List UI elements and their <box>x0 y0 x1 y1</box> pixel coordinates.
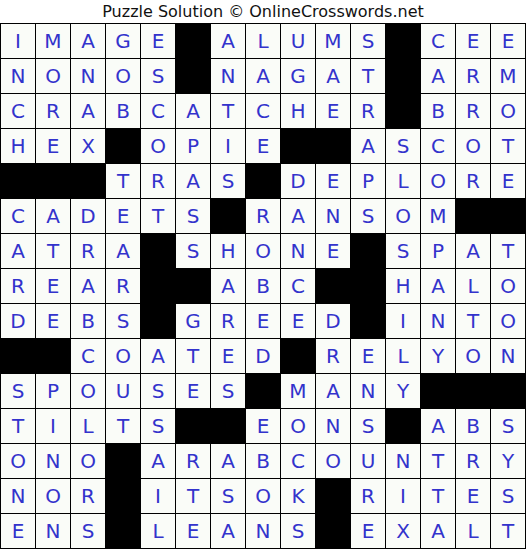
letter-cell: R <box>351 479 385 513</box>
cell-letter: S <box>222 381 235 401</box>
black-cell <box>351 234 385 268</box>
cell-letter: N <box>11 66 26 86</box>
letter-cell: I <box>141 479 175 513</box>
cell-letter: N <box>46 451 61 471</box>
cell-letter: T <box>362 66 374 86</box>
cell-letter: D <box>290 171 305 191</box>
cell-letter: S <box>502 486 515 506</box>
black-cell <box>351 269 385 303</box>
cell-letter: R <box>186 451 200 471</box>
letter-cell: B <box>456 409 490 443</box>
letter-cell: R <box>456 444 490 478</box>
letter-cell: O <box>491 94 525 128</box>
cell-letter: S <box>117 311 130 331</box>
cell-letter: I <box>400 311 406 331</box>
letter-cell: T <box>106 409 140 443</box>
cell-letter: O <box>290 416 306 436</box>
letter-cell: O <box>421 164 455 198</box>
letter-cell: E <box>316 94 350 128</box>
cell-letter: S <box>152 416 165 436</box>
cell-letter: S <box>222 486 235 506</box>
black-cell <box>316 129 350 163</box>
cell-letter: R <box>466 171 480 191</box>
cell-letter: C <box>11 206 25 226</box>
cell-letter: O <box>255 241 271 261</box>
cell-letter: E <box>47 311 60 331</box>
letter-cell: A <box>71 269 105 303</box>
letter-cell: R <box>456 94 490 128</box>
cell-letter: N <box>501 346 516 366</box>
letter-cell: P <box>351 164 385 198</box>
letter-cell: L <box>386 164 420 198</box>
cell-letter: B <box>256 276 270 296</box>
cell-letter: O <box>45 486 61 506</box>
letter-cell: N <box>1 479 35 513</box>
letter-cell: S <box>176 199 210 233</box>
letter-cell: E <box>351 339 385 373</box>
letter-cell: L <box>456 514 490 548</box>
letter-cell: C <box>246 94 280 128</box>
cell-letter: K <box>291 486 304 506</box>
letter-cell: N <box>421 304 455 338</box>
cell-letter: S <box>397 136 410 156</box>
letter-cell: D <box>281 164 315 198</box>
letter-cell: M <box>316 24 350 58</box>
letter-cell: G <box>176 304 210 338</box>
letter-cell: R <box>351 94 385 128</box>
black-cell <box>421 374 455 408</box>
letter-cell: B <box>421 94 455 128</box>
letter-cell: R <box>246 199 280 233</box>
letter-cell: S <box>386 234 420 268</box>
letter-cell: P <box>421 234 455 268</box>
cell-letter: O <box>465 136 481 156</box>
cell-letter: G <box>185 311 201 331</box>
cell-letter: N <box>256 521 271 541</box>
cell-letter: M <box>44 31 61 51</box>
letter-cell: E <box>246 129 280 163</box>
letter-cell: L <box>141 514 175 548</box>
cell-letter: B <box>431 101 445 121</box>
letter-cell: N <box>491 339 525 373</box>
cell-letter: N <box>11 486 26 506</box>
puzzle-title: Puzzle Solution © OnlineCrosswords.net <box>102 2 424 21</box>
cell-letter: S <box>362 416 375 436</box>
letter-cell: O <box>246 234 280 268</box>
cell-letter: Y <box>397 381 409 401</box>
cell-letter: O <box>465 346 481 366</box>
black-cell <box>316 479 350 513</box>
letter-cell: E <box>176 374 210 408</box>
cell-letter: D <box>10 311 25 331</box>
letter-cell: Y <box>421 339 455 373</box>
cell-letter: T <box>502 521 514 541</box>
letter-cell: B <box>246 444 280 478</box>
cell-letter: A <box>151 451 165 471</box>
letter-cell: M <box>421 199 455 233</box>
letter-cell: M <box>36 24 70 58</box>
cell-letter: R <box>81 241 95 261</box>
letter-cell: D <box>1 304 35 338</box>
letter-cell: M <box>491 59 525 93</box>
letter-cell: U <box>281 24 315 58</box>
letter-cell: E <box>281 304 315 338</box>
black-cell <box>211 409 245 443</box>
letter-cell: A <box>211 444 245 478</box>
cell-letter: D <box>255 346 270 366</box>
cell-letter: U <box>116 381 131 401</box>
cell-letter: P <box>362 171 374 191</box>
letter-cell: N <box>36 514 70 548</box>
letter-cell: I <box>386 304 420 338</box>
cell-letter: L <box>467 521 478 541</box>
cell-letter: E <box>467 486 480 506</box>
cell-letter: M <box>289 381 306 401</box>
letter-cell: R <box>71 234 105 268</box>
black-cell <box>281 129 315 163</box>
cell-letter: P <box>187 136 199 156</box>
cell-letter: O <box>10 451 26 471</box>
cell-letter: O <box>150 136 166 156</box>
letter-cell: A <box>281 199 315 233</box>
cell-letter: S <box>152 66 165 86</box>
letter-cell: C <box>1 94 35 128</box>
letter-cell: S <box>491 409 525 443</box>
letter-cell: C <box>281 269 315 303</box>
cell-letter: H <box>10 136 25 156</box>
cell-letter: T <box>47 241 59 261</box>
letter-cell: T <box>176 479 210 513</box>
cell-letter: A <box>466 241 480 261</box>
cell-letter: I <box>155 486 161 506</box>
letter-cell: A <box>351 129 385 163</box>
black-cell <box>351 304 385 338</box>
letter-cell: A <box>71 94 105 128</box>
letter-cell: N <box>36 444 70 478</box>
cell-letter: R <box>466 101 480 121</box>
letter-cell: N <box>386 444 420 478</box>
cell-letter: T <box>502 241 514 261</box>
cell-letter: E <box>12 521 25 541</box>
black-cell <box>141 234 175 268</box>
cell-letter: N <box>396 451 411 471</box>
cell-letter: O <box>500 311 516 331</box>
letter-cell: A <box>456 234 490 268</box>
letter-cell: H <box>1 129 35 163</box>
letter-cell: S <box>351 409 385 443</box>
black-cell <box>36 164 70 198</box>
letter-cell: S <box>211 374 245 408</box>
cell-letter: A <box>221 451 235 471</box>
cell-letter: I <box>15 31 21 51</box>
cell-letter: E <box>117 206 130 226</box>
letter-cell: D <box>246 339 280 373</box>
cell-letter: R <box>116 276 130 296</box>
letter-cell: E <box>36 304 70 338</box>
letter-cell: B <box>106 94 140 128</box>
black-cell <box>176 269 210 303</box>
letter-cell: R <box>106 269 140 303</box>
letter-cell: A <box>211 514 245 548</box>
cell-letter: E <box>362 521 375 541</box>
cell-letter: E <box>502 31 515 51</box>
letter-cell: I <box>36 409 70 443</box>
cell-letter: T <box>152 206 164 226</box>
black-cell <box>1 164 35 198</box>
letter-cell: R <box>456 164 490 198</box>
cell-letter: T <box>432 486 444 506</box>
title-bar: Puzzle Solution © OnlineCrosswords.net <box>0 0 526 23</box>
letter-cell: E <box>1 514 35 548</box>
cell-letter: N <box>46 521 61 541</box>
cell-letter: E <box>152 31 165 51</box>
letter-cell: N <box>316 409 350 443</box>
black-cell <box>141 304 175 338</box>
black-cell <box>106 514 140 548</box>
black-cell <box>211 199 245 233</box>
letter-cell: G <box>106 24 140 58</box>
black-cell <box>176 409 210 443</box>
cell-letter: A <box>326 66 340 86</box>
letter-cell: A <box>421 514 455 548</box>
cell-letter: R <box>11 276 25 296</box>
letter-cell: L <box>386 339 420 373</box>
letter-cell: E <box>456 24 490 58</box>
cell-letter: T <box>432 451 444 471</box>
cell-letter: C <box>431 31 445 51</box>
letter-cell: T <box>491 129 525 163</box>
cell-letter: A <box>361 136 375 156</box>
letter-cell: E <box>176 514 210 548</box>
black-cell <box>386 409 420 443</box>
letter-cell: T <box>141 199 175 233</box>
cell-letter: G <box>115 31 131 51</box>
cell-letter: T <box>502 136 514 156</box>
cell-letter: R <box>466 451 480 471</box>
black-cell <box>176 59 210 93</box>
letter-cell: S <box>211 479 245 513</box>
letter-cell: R <box>141 164 175 198</box>
cell-letter: N <box>431 311 446 331</box>
letter-cell: T <box>421 479 455 513</box>
cell-letter: E <box>327 241 340 261</box>
cell-letter: L <box>397 171 408 191</box>
letter-cell: O <box>71 444 105 478</box>
black-cell <box>176 24 210 58</box>
letter-cell: Y <box>491 444 525 478</box>
cell-letter: T <box>12 416 24 436</box>
black-cell <box>491 199 525 233</box>
letter-cell: O <box>386 199 420 233</box>
letter-cell: D <box>316 304 350 338</box>
cell-letter: R <box>256 206 270 226</box>
cell-letter: E <box>187 381 200 401</box>
cell-letter: C <box>11 101 25 121</box>
black-cell <box>491 374 525 408</box>
cell-letter: I <box>400 486 406 506</box>
cell-letter: M <box>429 206 446 226</box>
cell-letter: P <box>47 381 59 401</box>
letter-cell: L <box>71 409 105 443</box>
cell-letter: A <box>431 66 445 86</box>
cell-letter: A <box>431 416 445 436</box>
letter-cell: S <box>351 199 385 233</box>
cell-letter: B <box>256 451 270 471</box>
cell-letter: R <box>46 101 60 121</box>
cell-letter: A <box>186 171 200 191</box>
cell-letter: A <box>11 241 25 261</box>
letter-cell: P <box>36 374 70 408</box>
cell-letter: O <box>430 171 446 191</box>
cell-letter: S <box>397 241 410 261</box>
letter-cell: E <box>36 269 70 303</box>
cell-letter: M <box>324 31 341 51</box>
letter-cell: S <box>141 409 175 443</box>
letter-cell: C <box>421 129 455 163</box>
cell-letter: E <box>502 171 515 191</box>
black-cell <box>281 339 315 373</box>
letter-cell: S <box>106 304 140 338</box>
cell-letter: D <box>325 311 340 331</box>
cell-letter: B <box>116 101 130 121</box>
letter-cell: D <box>71 199 105 233</box>
cell-letter: A <box>116 241 130 261</box>
cell-letter: N <box>221 66 236 86</box>
letter-cell: C <box>71 339 105 373</box>
cell-letter: E <box>257 136 270 156</box>
letter-cell: A <box>36 199 70 233</box>
cell-letter: R <box>221 311 235 331</box>
cell-letter: T <box>222 101 234 121</box>
cell-letter: E <box>327 101 340 121</box>
letter-cell: R <box>211 304 245 338</box>
cell-letter: C <box>431 136 445 156</box>
cell-letter: P <box>432 241 444 261</box>
letter-cell: R <box>71 479 105 513</box>
cell-letter: E <box>47 136 60 156</box>
black-cell <box>386 24 420 58</box>
letter-cell: U <box>351 444 385 478</box>
letter-cell: N <box>281 234 315 268</box>
letter-cell: E <box>491 24 525 58</box>
letter-cell: O <box>36 479 70 513</box>
letter-cell: A <box>211 24 245 58</box>
cell-letter: L <box>82 416 93 436</box>
cell-letter: E <box>222 346 235 366</box>
cell-letter: N <box>326 416 341 436</box>
letter-cell: A <box>246 59 280 93</box>
letter-cell: E <box>106 199 140 233</box>
letter-cell: O <box>281 409 315 443</box>
letter-cell: K <box>281 479 315 513</box>
cell-letter: O <box>500 101 516 121</box>
black-cell <box>316 269 350 303</box>
cell-letter: A <box>151 346 165 366</box>
letter-cell: X <box>386 514 420 548</box>
letter-cell: T <box>491 234 525 268</box>
cell-letter: H <box>395 276 410 296</box>
cell-letter: A <box>431 276 445 296</box>
cell-letter: G <box>290 66 306 86</box>
letter-cell: H <box>281 94 315 128</box>
letter-cell: I <box>1 24 35 58</box>
letter-cell: O <box>141 129 175 163</box>
cell-letter: L <box>467 276 478 296</box>
black-cell <box>246 164 280 198</box>
letter-cell: R <box>316 339 350 373</box>
cell-letter: Y <box>502 451 514 471</box>
cell-letter: A <box>221 276 235 296</box>
cell-letter: A <box>256 66 270 86</box>
cell-letter: N <box>361 381 376 401</box>
letter-cell: E <box>316 234 350 268</box>
black-cell <box>106 479 140 513</box>
cell-letter: O <box>115 66 131 86</box>
letter-cell: H <box>211 234 245 268</box>
cell-letter: S <box>362 31 375 51</box>
letter-cell: S <box>141 59 175 93</box>
cell-letter: A <box>221 31 235 51</box>
letter-cell: P <box>176 129 210 163</box>
letter-cell: N <box>351 374 385 408</box>
letter-cell: A <box>141 444 175 478</box>
cell-letter: B <box>466 416 480 436</box>
cell-letter: L <box>257 31 268 51</box>
letter-cell: S <box>176 234 210 268</box>
black-cell <box>1 339 35 373</box>
letter-cell: I <box>211 129 245 163</box>
cell-letter: E <box>327 171 340 191</box>
cell-letter: A <box>186 101 200 121</box>
letter-cell: A <box>316 374 350 408</box>
black-cell <box>386 94 420 128</box>
cell-letter: U <box>361 451 376 471</box>
letter-cell: C <box>421 24 455 58</box>
cell-letter: N <box>326 206 341 226</box>
black-cell <box>386 59 420 93</box>
cell-letter: A <box>431 521 445 541</box>
cell-letter: C <box>291 276 305 296</box>
cell-letter: U <box>291 31 306 51</box>
letter-cell: O <box>106 59 140 93</box>
cell-letter: E <box>257 311 270 331</box>
letter-cell: T <box>36 234 70 268</box>
cell-letter: A <box>81 31 95 51</box>
cell-letter: E <box>187 521 200 541</box>
letter-cell: O <box>106 339 140 373</box>
letter-cell: O <box>456 339 490 373</box>
letter-cell: T <box>1 409 35 443</box>
letter-cell: S <box>281 514 315 548</box>
cell-letter: R <box>326 346 340 366</box>
letter-cell: S <box>351 24 385 58</box>
letter-cell: S <box>1 374 35 408</box>
letter-cell: U <box>106 374 140 408</box>
cell-letter: M <box>499 66 516 86</box>
cell-letter: C <box>81 346 95 366</box>
letter-cell: A <box>176 164 210 198</box>
cell-letter: A <box>326 381 340 401</box>
letter-cell: N <box>316 199 350 233</box>
black-cell <box>106 129 140 163</box>
cell-letter: E <box>47 276 60 296</box>
letter-cell: Y <box>386 374 420 408</box>
cell-letter: A <box>221 521 235 541</box>
cell-letter: R <box>151 171 165 191</box>
cell-letter: I <box>50 416 56 436</box>
cell-letter: T <box>187 346 199 366</box>
letter-cell: E <box>246 304 280 338</box>
